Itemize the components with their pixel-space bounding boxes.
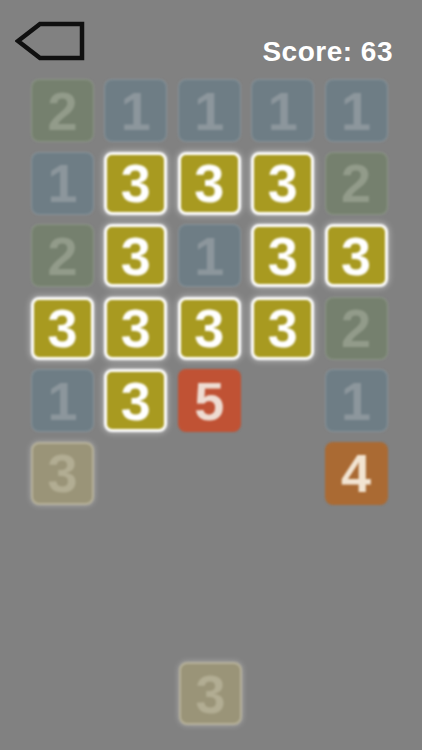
score-text: Score: 63 bbox=[262, 36, 393, 68]
tile-1[interactable]: 1 bbox=[325, 79, 388, 142]
tile-3[interactable]: 3 bbox=[251, 224, 314, 287]
tile-3[interactable]: 3 bbox=[31, 297, 94, 360]
empty-cell bbox=[251, 369, 314, 432]
tile-1[interactable]: 1 bbox=[104, 79, 167, 142]
tile-1[interactable]: 1 bbox=[31, 152, 94, 215]
tile-4[interactable]: 4 bbox=[325, 442, 388, 505]
tile-3[interactable]: 3 bbox=[179, 662, 242, 725]
tile-3[interactable]: 3 bbox=[178, 152, 241, 215]
tile-3[interactable]: 3 bbox=[104, 152, 167, 215]
empty-cell bbox=[178, 442, 241, 505]
tile-3[interactable]: 3 bbox=[251, 297, 314, 360]
tile-3[interactable]: 3 bbox=[31, 442, 94, 505]
empty-cell bbox=[104, 442, 167, 505]
tile-1[interactable]: 1 bbox=[251, 79, 314, 142]
tile-2[interactable]: 2 bbox=[31, 79, 94, 142]
tile-3[interactable]: 3 bbox=[325, 224, 388, 287]
tile-3[interactable]: 3 bbox=[104, 369, 167, 432]
back-button[interactable] bbox=[15, 20, 87, 62]
tile-3[interactable]: 3 bbox=[104, 297, 167, 360]
game-board: 21111133322313333332135134 bbox=[31, 79, 388, 505]
tile-3[interactable]: 3 bbox=[104, 224, 167, 287]
next-tile-slot: 3 bbox=[179, 662, 242, 725]
tile-5[interactable]: 5 bbox=[178, 369, 241, 432]
tile-1[interactable]: 1 bbox=[178, 79, 241, 142]
tile-3[interactable]: 3 bbox=[251, 152, 314, 215]
tile-2[interactable]: 2 bbox=[325, 297, 388, 360]
tile-1[interactable]: 1 bbox=[31, 369, 94, 432]
tile-1[interactable]: 1 bbox=[178, 224, 241, 287]
back-arrow-icon bbox=[15, 21, 85, 61]
tile-1[interactable]: 1 bbox=[325, 369, 388, 432]
empty-cell bbox=[251, 442, 314, 505]
tile-2[interactable]: 2 bbox=[325, 152, 388, 215]
tile-2[interactable]: 2 bbox=[31, 224, 94, 287]
tile-3[interactable]: 3 bbox=[178, 297, 241, 360]
